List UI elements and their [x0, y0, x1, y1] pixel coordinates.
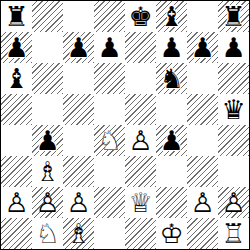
piece-glyph-fill: ♟ — [63, 187, 94, 218]
square-a8[interactable]: ♜ — [1, 1, 32, 32]
square-e7[interactable] — [125, 32, 156, 63]
square-d7[interactable]: ♟ — [94, 32, 125, 63]
piece-glyph-outline: ♗ — [32, 156, 63, 187]
square-f1[interactable]: ♚♔ — [156, 218, 187, 249]
piece-white-rook[interactable]: ♜♖ — [218, 218, 249, 249]
square-b8[interactable] — [32, 1, 63, 32]
square-a5[interactable] — [1, 94, 32, 125]
piece-glyph-fill: ♟ — [187, 187, 218, 218]
piece-glyph: ♟ — [218, 32, 249, 63]
square-c7[interactable]: ♟ — [63, 32, 94, 63]
piece-glyph-outline: ♙ — [1, 187, 32, 218]
piece-glyph: ♟ — [156, 125, 187, 156]
piece-glyph-fill: ♜ — [218, 218, 249, 249]
square-b3[interactable]: ♝♗ — [32, 156, 63, 187]
piece-glyph-fill: ♟ — [218, 187, 249, 218]
piece-glyph: ♝ — [156, 1, 187, 32]
piece-glyph-fill: ♝ — [63, 218, 94, 249]
piece-black-pawn[interactable]: ♟ — [94, 32, 125, 63]
square-a1[interactable] — [1, 218, 32, 249]
piece-glyph-fill: ♟ — [32, 187, 63, 218]
square-f7[interactable]: ♟ — [156, 32, 187, 63]
square-h3[interactable] — [218, 156, 249, 187]
piece-glyph: ♟ — [32, 125, 63, 156]
square-b4[interactable]: ♟ — [32, 125, 63, 156]
square-e8[interactable]: ♚ — [125, 1, 156, 32]
piece-black-rook[interactable]: ♜ — [218, 1, 249, 32]
square-h1[interactable]: ♜♖ — [218, 218, 249, 249]
square-e6[interactable] — [125, 63, 156, 94]
piece-glyph-outline: ♙ — [218, 187, 249, 218]
piece-white-queen[interactable]: ♛♕ — [125, 187, 156, 218]
square-d1[interactable] — [94, 218, 125, 249]
square-a7[interactable]: ♟ — [1, 32, 32, 63]
square-b6[interactable] — [32, 63, 63, 94]
piece-black-bishop[interactable]: ♝ — [1, 63, 32, 94]
square-g6[interactable] — [187, 63, 218, 94]
piece-glyph-outline: ♔ — [156, 218, 187, 249]
square-b5[interactable] — [32, 94, 63, 125]
square-c6[interactable] — [63, 63, 94, 94]
piece-glyph-outline: ♖ — [218, 218, 249, 249]
square-f4[interactable]: ♟ — [156, 125, 187, 156]
square-a6[interactable]: ♝ — [1, 63, 32, 94]
square-e2[interactable]: ♛♕ — [125, 187, 156, 218]
piece-glyph-outline: ♕ — [125, 187, 156, 218]
square-g8[interactable] — [187, 1, 218, 32]
square-g5[interactable] — [187, 94, 218, 125]
square-a4[interactable] — [1, 125, 32, 156]
piece-white-pawn[interactable]: ♟♙ — [187, 187, 218, 218]
square-a3[interactable] — [1, 156, 32, 187]
square-b2[interactable]: ♟♙ — [32, 187, 63, 218]
piece-white-pawn[interactable]: ♟♙ — [63, 187, 94, 218]
piece-black-pawn[interactable]: ♟ — [156, 32, 187, 63]
square-h5[interactable]: ♛ — [218, 94, 249, 125]
square-h8[interactable]: ♜ — [218, 1, 249, 32]
square-e5[interactable] — [125, 94, 156, 125]
square-d3[interactable] — [94, 156, 125, 187]
piece-glyph: ♟ — [1, 32, 32, 63]
square-b1[interactable]: ♞♘ — [32, 218, 63, 249]
square-d8[interactable] — [94, 1, 125, 32]
piece-glyph: ♟ — [156, 32, 187, 63]
square-d4[interactable]: ♞♘ — [94, 125, 125, 156]
piece-black-pawn[interactable]: ♟ — [1, 32, 32, 63]
square-f5[interactable] — [156, 94, 187, 125]
square-c8[interactable] — [63, 1, 94, 32]
piece-glyph: ♚ — [125, 1, 156, 32]
piece-glyph: ♜ — [1, 1, 32, 32]
piece-glyph: ♟ — [63, 32, 94, 63]
piece-glyph-outline: ♘ — [94, 125, 125, 156]
piece-glyph-fill: ♝ — [32, 156, 63, 187]
piece-black-pawn[interactable]: ♟ — [63, 32, 94, 63]
square-g4[interactable] — [187, 125, 218, 156]
piece-glyph: ♞ — [156, 63, 187, 94]
square-f3[interactable] — [156, 156, 187, 187]
chess-board: ♜♚♝♜♟♟♟♟♟♟♝♞♛♟♞♘♟♙♟♝♗♟♙♟♙♟♙♛♕♟♙♟♙♞♘♝♗♚♔♜… — [0, 0, 250, 250]
piece-white-pawn[interactable]: ♟♙ — [125, 125, 156, 156]
square-h4[interactable] — [218, 125, 249, 156]
square-c4[interactable] — [63, 125, 94, 156]
square-g7[interactable]: ♟ — [187, 32, 218, 63]
piece-glyph-outline: ♗ — [63, 218, 94, 249]
piece-glyph-fill: ♛ — [125, 187, 156, 218]
piece-glyph: ♛ — [218, 94, 249, 125]
square-c1[interactable]: ♝♗ — [63, 218, 94, 249]
piece-glyph-outline: ♙ — [187, 187, 218, 218]
piece-glyph-outline: ♙ — [32, 187, 63, 218]
piece-glyph: ♟ — [94, 32, 125, 63]
square-d2[interactable] — [94, 187, 125, 218]
square-h6[interactable] — [218, 63, 249, 94]
piece-glyph-fill: ♞ — [94, 125, 125, 156]
square-f8[interactable]: ♝ — [156, 1, 187, 32]
piece-black-pawn[interactable]: ♟ — [187, 32, 218, 63]
piece-black-king[interactable]: ♚ — [125, 1, 156, 32]
square-g1[interactable] — [187, 218, 218, 249]
square-e3[interactable] — [125, 156, 156, 187]
square-c3[interactable] — [63, 156, 94, 187]
square-b7[interactable] — [32, 32, 63, 63]
square-g3[interactable] — [187, 156, 218, 187]
piece-black-rook[interactable]: ♜ — [1, 1, 32, 32]
piece-white-knight[interactable]: ♞♘ — [32, 218, 63, 249]
piece-black-knight[interactable]: ♞ — [156, 63, 187, 94]
square-d6[interactable] — [94, 63, 125, 94]
piece-black-pawn[interactable]: ♟ — [32, 125, 63, 156]
piece-black-queen[interactable]: ♛ — [218, 94, 249, 125]
piece-white-king[interactable]: ♚♔ — [156, 218, 187, 249]
piece-glyph-fill: ♚ — [156, 218, 187, 249]
piece-glyph-fill: ♟ — [1, 187, 32, 218]
square-c5[interactable] — [63, 94, 94, 125]
piece-glyph: ♜ — [218, 1, 249, 32]
piece-glyph: ♟ — [187, 32, 218, 63]
piece-black-bishop[interactable]: ♝ — [156, 1, 187, 32]
piece-white-bishop[interactable]: ♝♗ — [32, 156, 63, 187]
piece-glyph-fill: ♟ — [125, 125, 156, 156]
piece-glyph-outline: ♙ — [63, 187, 94, 218]
square-f6[interactable]: ♞ — [156, 63, 187, 94]
piece-black-pawn[interactable]: ♟ — [156, 125, 187, 156]
piece-glyph-fill: ♞ — [32, 218, 63, 249]
square-h7[interactable]: ♟ — [218, 32, 249, 63]
piece-white-pawn[interactable]: ♟♙ — [218, 187, 249, 218]
piece-glyph-outline: ♙ — [125, 125, 156, 156]
square-g2[interactable]: ♟♙ — [187, 187, 218, 218]
piece-white-pawn[interactable]: ♟♙ — [32, 187, 63, 218]
square-c2[interactable]: ♟♙ — [63, 187, 94, 218]
square-e1[interactable] — [125, 218, 156, 249]
piece-white-pawn[interactable]: ♟♙ — [1, 187, 32, 218]
piece-white-bishop[interactable]: ♝♗ — [63, 218, 94, 249]
square-d5[interactable] — [94, 94, 125, 125]
piece-glyph-outline: ♘ — [32, 218, 63, 249]
piece-glyph: ♝ — [1, 63, 32, 94]
square-a2[interactable]: ♟♙ — [1, 187, 32, 218]
square-h2[interactable]: ♟♙ — [218, 187, 249, 218]
piece-black-pawn[interactable]: ♟ — [218, 32, 249, 63]
square-f2[interactable] — [156, 187, 187, 218]
piece-white-knight[interactable]: ♞♘ — [94, 125, 125, 156]
square-e4[interactable]: ♟♙ — [125, 125, 156, 156]
